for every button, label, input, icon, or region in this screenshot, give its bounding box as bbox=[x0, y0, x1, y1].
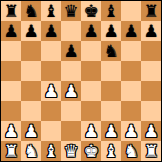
square-a6[interactable] bbox=[1, 41, 21, 61]
square-e5[interactable] bbox=[81, 61, 101, 81]
square-g8[interactable] bbox=[121, 1, 141, 21]
square-c5[interactable] bbox=[41, 61, 61, 81]
square-h2[interactable]: ♟ bbox=[141, 121, 161, 141]
square-g6[interactable] bbox=[121, 41, 141, 61]
square-h8[interactable]: ♜ bbox=[141, 1, 161, 21]
piece-black-queen: ♛ bbox=[63, 1, 78, 21]
square-e1[interactable]: ♚ bbox=[81, 141, 101, 161]
piece-white-rook: ♜ bbox=[3, 141, 18, 161]
square-a8[interactable]: ♜ bbox=[1, 1, 21, 21]
piece-black-pawn: ♟ bbox=[23, 21, 38, 41]
square-d1[interactable]: ♛ bbox=[61, 141, 81, 161]
square-a7[interactable]: ♟ bbox=[1, 21, 21, 41]
chess-board: ♜♞♝♛♚♝♜♟♟♟♟♟♟♟♟♞♟♟♟♟♟♟♟♟♜♞♝♛♚♝♞♜ bbox=[0, 0, 162, 162]
square-f5[interactable] bbox=[101, 61, 121, 81]
square-e8[interactable]: ♚ bbox=[81, 1, 101, 21]
square-d7[interactable] bbox=[61, 21, 81, 41]
square-d3[interactable] bbox=[61, 101, 81, 121]
square-a5[interactable] bbox=[1, 61, 21, 81]
square-e4[interactable] bbox=[81, 81, 101, 101]
piece-black-pawn: ♟ bbox=[143, 21, 158, 41]
piece-white-pawn: ♟ bbox=[43, 81, 58, 101]
piece-white-bishop: ♝ bbox=[43, 141, 58, 161]
piece-black-pawn: ♟ bbox=[103, 21, 118, 41]
piece-white-pawn: ♟ bbox=[3, 121, 18, 141]
square-b1[interactable]: ♞ bbox=[21, 141, 41, 161]
square-e6[interactable] bbox=[81, 41, 101, 61]
piece-black-knight: ♞ bbox=[103, 41, 118, 61]
square-h1[interactable]: ♜ bbox=[141, 141, 161, 161]
square-d8[interactable]: ♛ bbox=[61, 1, 81, 21]
square-g2[interactable]: ♟ bbox=[121, 121, 141, 141]
square-d4[interactable]: ♟ bbox=[61, 81, 81, 101]
square-f2[interactable]: ♟ bbox=[101, 121, 121, 141]
piece-white-pawn: ♟ bbox=[143, 121, 158, 141]
square-a2[interactable]: ♟ bbox=[1, 121, 21, 141]
piece-white-pawn: ♟ bbox=[83, 121, 98, 141]
piece-white-king: ♚ bbox=[83, 141, 98, 161]
piece-white-queen: ♛ bbox=[63, 141, 78, 161]
piece-white-pawn: ♟ bbox=[123, 121, 138, 141]
chess-board-window: ♜♞♝♛♚♝♜♟♟♟♟♟♟♟♟♞♟♟♟♟♟♟♟♟♜♞♝♛♚♝♞♜ bbox=[0, 0, 162, 162]
piece-black-pawn: ♟ bbox=[43, 21, 58, 41]
square-e2[interactable]: ♟ bbox=[81, 121, 101, 141]
piece-white-rook: ♜ bbox=[143, 141, 158, 161]
square-h6[interactable] bbox=[141, 41, 161, 61]
square-f1[interactable]: ♝ bbox=[101, 141, 121, 161]
square-b3[interactable] bbox=[21, 101, 41, 121]
square-a4[interactable] bbox=[1, 81, 21, 101]
square-a1[interactable]: ♜ bbox=[1, 141, 21, 161]
square-g5[interactable] bbox=[121, 61, 141, 81]
square-e7[interactable]: ♟ bbox=[81, 21, 101, 41]
square-b8[interactable]: ♞ bbox=[21, 1, 41, 21]
piece-black-pawn: ♟ bbox=[63, 41, 78, 61]
piece-black-pawn: ♟ bbox=[3, 21, 18, 41]
square-f3[interactable] bbox=[101, 101, 121, 121]
piece-black-rook: ♜ bbox=[3, 1, 18, 21]
square-b7[interactable]: ♟ bbox=[21, 21, 41, 41]
square-f7[interactable]: ♟ bbox=[101, 21, 121, 41]
piece-black-pawn: ♟ bbox=[123, 21, 138, 41]
square-a3[interactable] bbox=[1, 101, 21, 121]
piece-white-pawn: ♟ bbox=[103, 121, 118, 141]
square-e3[interactable] bbox=[81, 101, 101, 121]
square-g3[interactable] bbox=[121, 101, 141, 121]
square-b5[interactable] bbox=[21, 61, 41, 81]
square-h3[interactable] bbox=[141, 101, 161, 121]
square-f4[interactable] bbox=[101, 81, 121, 101]
square-g4[interactable] bbox=[121, 81, 141, 101]
square-d6[interactable]: ♟ bbox=[61, 41, 81, 61]
square-c3[interactable] bbox=[41, 101, 61, 121]
piece-white-pawn: ♟ bbox=[23, 121, 38, 141]
piece-white-pawn: ♟ bbox=[63, 81, 78, 101]
square-h4[interactable] bbox=[141, 81, 161, 101]
square-c7[interactable]: ♟ bbox=[41, 21, 61, 41]
piece-black-pawn: ♟ bbox=[83, 21, 98, 41]
square-h5[interactable] bbox=[141, 61, 161, 81]
square-c1[interactable]: ♝ bbox=[41, 141, 61, 161]
piece-white-knight: ♞ bbox=[23, 141, 38, 161]
square-b2[interactable]: ♟ bbox=[21, 121, 41, 141]
square-c6[interactable] bbox=[41, 41, 61, 61]
square-b6[interactable] bbox=[21, 41, 41, 61]
square-c2[interactable] bbox=[41, 121, 61, 141]
square-b4[interactable] bbox=[21, 81, 41, 101]
piece-black-rook: ♜ bbox=[143, 1, 158, 21]
square-c8[interactable]: ♝ bbox=[41, 1, 61, 21]
piece-black-king: ♚ bbox=[83, 1, 98, 21]
square-c4[interactable]: ♟ bbox=[41, 81, 61, 101]
piece-black-bishop: ♝ bbox=[103, 1, 118, 21]
square-d2[interactable] bbox=[61, 121, 81, 141]
square-h7[interactable]: ♟ bbox=[141, 21, 161, 41]
piece-white-bishop: ♝ bbox=[103, 141, 118, 161]
piece-black-bishop: ♝ bbox=[43, 1, 58, 21]
square-f8[interactable]: ♝ bbox=[101, 1, 121, 21]
square-g7[interactable]: ♟ bbox=[121, 21, 141, 41]
piece-black-knight: ♞ bbox=[23, 1, 38, 21]
piece-white-knight: ♞ bbox=[123, 141, 138, 161]
square-d5[interactable] bbox=[61, 61, 81, 81]
square-f6[interactable]: ♞ bbox=[101, 41, 121, 61]
square-g1[interactable]: ♞ bbox=[121, 141, 141, 161]
